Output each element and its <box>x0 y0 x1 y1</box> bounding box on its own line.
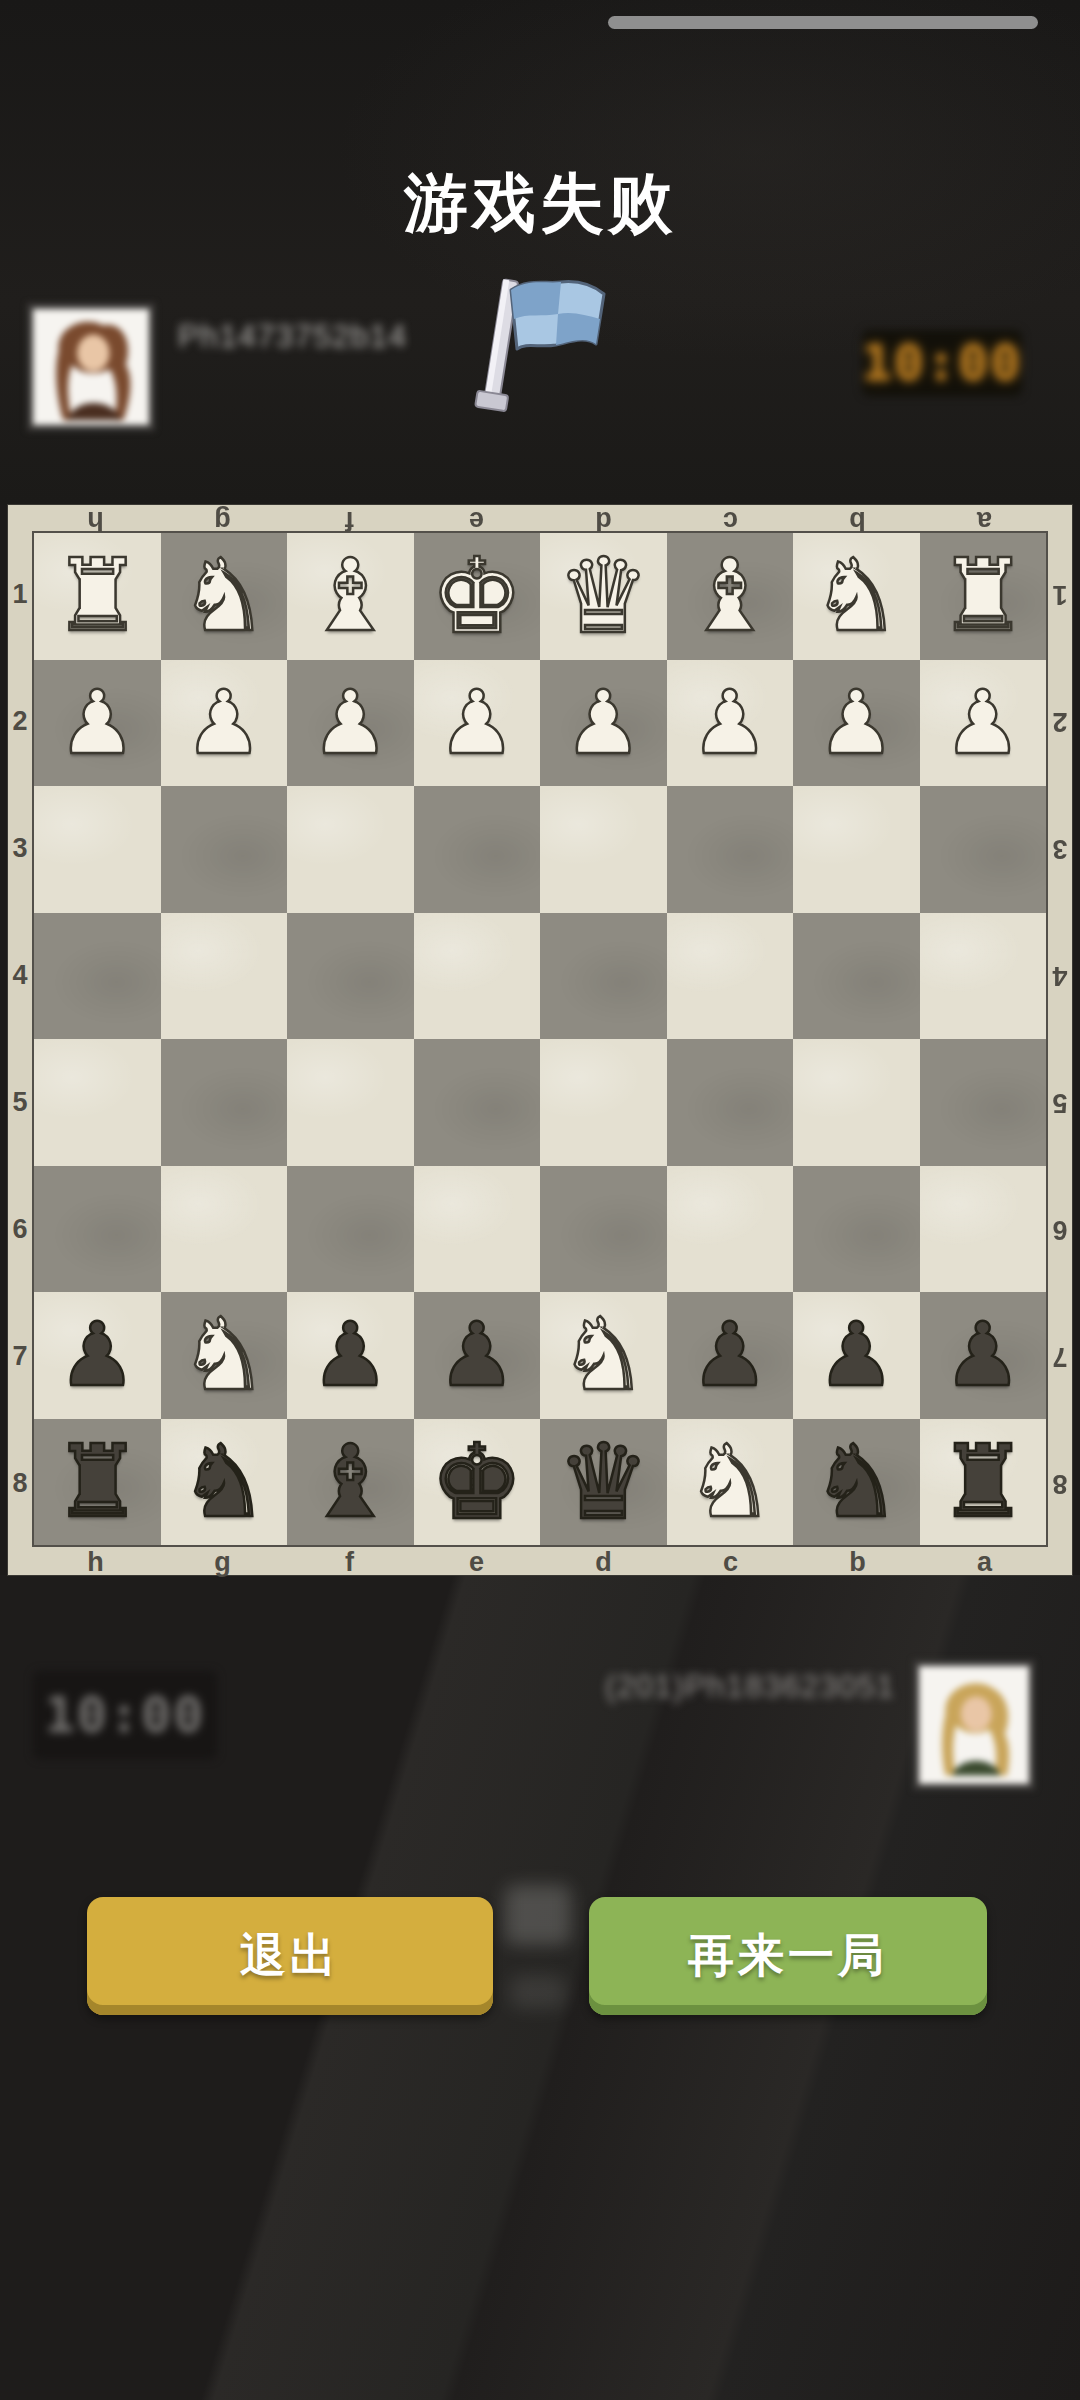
white-knight: ♞ <box>685 1432 775 1532</box>
file-label-e: e <box>413 505 540 536</box>
board-corner <box>8 505 32 531</box>
file-label-h: h <box>32 1547 159 1578</box>
square-e5[interactable] <box>414 1039 541 1166</box>
square-g7[interactable]: ♞ <box>161 1292 288 1419</box>
square-b8[interactable]: ♞ <box>793 1419 920 1546</box>
game-over-title: 游戏失败 <box>0 160 1080 247</box>
opponent-avatar <box>27 303 155 431</box>
player-clock-time: 10:00 <box>45 1686 206 1744</box>
white-pawn: ♟ <box>58 679 137 767</box>
square-d1[interactable]: ♛ <box>540 533 667 660</box>
rank-label-8: 8 <box>1048 1420 1072 1547</box>
square-f3[interactable] <box>287 786 414 913</box>
black-pawn: ♟ <box>58 1311 137 1399</box>
square-g4[interactable] <box>161 913 288 1040</box>
square-g5[interactable] <box>161 1039 288 1166</box>
file-label-c: c <box>667 505 794 536</box>
white-pawn: ♟ <box>564 679 643 767</box>
black-king: ♚ <box>430 1430 523 1534</box>
square-h7[interactable]: ♟ <box>34 1292 161 1419</box>
rank-label-1: 1 <box>8 531 32 658</box>
player-name: (201)Ph183623051 <box>545 1668 895 1705</box>
white-knight: ♞ <box>179 1305 269 1405</box>
square-c4[interactable] <box>667 913 794 1040</box>
square-c1[interactable]: ♝ <box>667 533 794 660</box>
square-g2[interactable]: ♟ <box>161 660 288 787</box>
square-d7[interactable]: ♞ <box>540 1292 667 1419</box>
rank-label-5: 5 <box>1048 1039 1072 1166</box>
opponent-clock: 10:00 <box>862 330 1022 396</box>
square-a8[interactable]: ♜ <box>920 1419 1047 1546</box>
square-h5[interactable] <box>34 1039 161 1166</box>
rank-label-7: 7 <box>1048 1293 1072 1420</box>
blurred-underlying-icon <box>505 1885 571 1945</box>
square-h1[interactable]: ♜ <box>34 533 161 660</box>
square-g3[interactable] <box>161 786 288 913</box>
rank-labels-left: 12345678 <box>8 531 32 1547</box>
square-d5[interactable] <box>540 1039 667 1166</box>
square-c2[interactable]: ♟ <box>667 660 794 787</box>
square-c3[interactable] <box>667 786 794 913</box>
white-bishop: ♝ <box>305 546 395 646</box>
game-over-screen: 游戏失败 Ph1473752b14 10:00 hgfedcba 12 <box>0 0 1080 2400</box>
black-knight: ♞ <box>179 1432 269 1532</box>
square-c5[interactable] <box>667 1039 794 1166</box>
rank-label-3: 3 <box>8 785 32 912</box>
square-d4[interactable] <box>540 913 667 1040</box>
square-b1[interactable]: ♞ <box>793 533 920 660</box>
board-corner <box>8 1547 32 1575</box>
file-label-d: d <box>540 505 667 536</box>
white-knight: ♞ <box>811 546 901 646</box>
square-h6[interactable] <box>34 1166 161 1293</box>
rank-label-2: 2 <box>1048 658 1072 785</box>
square-c8[interactable]: ♞ <box>667 1419 794 1546</box>
rank-label-6: 6 <box>1048 1166 1072 1293</box>
black-pawn: ♟ <box>943 1311 1022 1399</box>
file-label-c: c <box>667 1547 794 1578</box>
square-h2[interactable]: ♟ <box>34 660 161 787</box>
file-label-a: a <box>921 505 1048 536</box>
file-label-h: h <box>32 505 159 536</box>
rank-label-5: 5 <box>8 1039 32 1166</box>
player-clock: 10:00 <box>33 1671 217 1759</box>
play-again-button[interactable]: 再来一局 <box>589 1897 987 2015</box>
square-g6[interactable] <box>161 1166 288 1293</box>
white-pawn: ♟ <box>943 679 1022 767</box>
chess-board: hgfedcba 12345678 ♜♞♝♚♛♝♞♜♟♟♟♟♟♟♟♟♟♞♟♟♞♟… <box>8 505 1072 1575</box>
white-knight: ♞ <box>558 1305 648 1405</box>
file-label-g: g <box>159 1547 286 1578</box>
file-label-f: f <box>286 505 413 536</box>
black-bishop: ♝ <box>305 1432 395 1532</box>
square-b2[interactable]: ♟ <box>793 660 920 787</box>
rank-label-4: 4 <box>1048 912 1072 1039</box>
black-knight: ♞ <box>811 1432 901 1532</box>
square-e2[interactable]: ♟ <box>414 660 541 787</box>
square-f5[interactable] <box>287 1039 414 1166</box>
white-bishop: ♝ <box>685 546 775 646</box>
square-e8[interactable]: ♚ <box>414 1419 541 1546</box>
square-e6[interactable] <box>414 1166 541 1293</box>
square-a6[interactable] <box>920 1166 1047 1293</box>
board-corner <box>1048 505 1072 531</box>
square-a2[interactable]: ♟ <box>920 660 1047 787</box>
white-pawn: ♟ <box>817 679 896 767</box>
square-e3[interactable] <box>414 786 541 913</box>
square-e4[interactable] <box>414 913 541 1040</box>
black-pawn: ♟ <box>311 1311 390 1399</box>
file-label-f: f <box>286 1547 413 1578</box>
opponent-name: Ph1473752b14 <box>178 318 407 355</box>
square-d6[interactable] <box>540 1166 667 1293</box>
rank-label-2: 2 <box>8 658 32 785</box>
square-d2[interactable]: ♟ <box>540 660 667 787</box>
rank-label-3: 3 <box>1048 785 1072 912</box>
white-rook: ♜ <box>52 546 142 646</box>
black-pawn: ♟ <box>817 1311 896 1399</box>
file-label-d: d <box>540 1547 667 1578</box>
rank-label-7: 7 <box>8 1293 32 1420</box>
square-g1[interactable]: ♞ <box>161 533 288 660</box>
rank-label-1: 1 <box>1048 531 1072 658</box>
square-a5[interactable] <box>920 1039 1047 1166</box>
notification-pull-handle[interactable] <box>608 16 1038 29</box>
file-label-g: g <box>159 505 286 536</box>
white-knight: ♞ <box>179 546 269 646</box>
square-e7[interactable]: ♟ <box>414 1292 541 1419</box>
white-pawn: ♟ <box>690 679 769 767</box>
black-rook: ♜ <box>52 1432 142 1532</box>
square-b7[interactable]: ♟ <box>793 1292 920 1419</box>
rank-label-4: 4 <box>8 912 32 1039</box>
square-d8[interactable]: ♛ <box>540 1419 667 1546</box>
square-c7[interactable]: ♟ <box>667 1292 794 1419</box>
file-label-b: b <box>794 505 921 536</box>
white-pawn: ♟ <box>184 679 263 767</box>
white-rook: ♜ <box>938 546 1028 646</box>
square-e1[interactable]: ♚ <box>414 533 541 660</box>
square-d3[interactable] <box>540 786 667 913</box>
white-queen: ♛ <box>557 544 650 648</box>
square-a1[interactable]: ♜ <box>920 533 1047 660</box>
black-rook: ♜ <box>938 1432 1028 1532</box>
square-h3[interactable] <box>34 786 161 913</box>
white-king: ♚ <box>430 544 523 648</box>
white-pawn: ♟ <box>437 679 516 767</box>
rank-labels-right: 12345678 <box>1048 531 1072 1547</box>
file-labels-bottom: hgfedcba <box>32 1547 1048 1575</box>
square-f1[interactable]: ♝ <box>287 533 414 660</box>
black-pawn: ♟ <box>690 1311 769 1399</box>
black-pawn: ♟ <box>437 1311 516 1399</box>
square-h4[interactable] <box>34 913 161 1040</box>
square-f8[interactable]: ♝ <box>287 1419 414 1546</box>
rank-label-8: 8 <box>8 1420 32 1547</box>
square-a4[interactable] <box>920 913 1047 1040</box>
square-c6[interactable] <box>667 1166 794 1293</box>
square-b5[interactable] <box>793 1039 920 1166</box>
file-label-e: e <box>413 1547 540 1578</box>
square-f6[interactable] <box>287 1166 414 1293</box>
blurred-underlying-label <box>510 1975 566 2009</box>
surrender-flag-icon <box>462 272 632 432</box>
square-a3[interactable] <box>920 786 1047 913</box>
square-f2[interactable]: ♟ <box>287 660 414 787</box>
square-b3[interactable] <box>793 786 920 913</box>
opponent-clock-time: 10:00 <box>862 334 1023 392</box>
board-corner <box>1048 1547 1072 1575</box>
white-pawn: ♟ <box>311 679 390 767</box>
exit-button[interactable]: 退出 <box>87 1897 493 2015</box>
square-f4[interactable] <box>287 913 414 1040</box>
file-labels-top: hgfedcba <box>32 505 1048 531</box>
square-f7[interactable]: ♟ <box>287 1292 414 1419</box>
square-b6[interactable] <box>793 1166 920 1293</box>
rank-label-6: 6 <box>8 1166 32 1293</box>
player-avatar <box>913 1660 1035 1790</box>
board-grid: ♜♞♝♚♛♝♞♜♟♟♟♟♟♟♟♟♟♞♟♟♞♟♟♟♜♞♝♚♛♞♞♜ <box>32 531 1048 1547</box>
square-a7[interactable]: ♟ <box>920 1292 1047 1419</box>
square-h8[interactable]: ♜ <box>34 1419 161 1546</box>
square-b4[interactable] <box>793 913 920 1040</box>
file-label-a: a <box>921 1547 1048 1578</box>
file-label-b: b <box>794 1547 921 1578</box>
square-g8[interactable]: ♞ <box>161 1419 288 1546</box>
black-queen: ♛ <box>557 1430 650 1534</box>
